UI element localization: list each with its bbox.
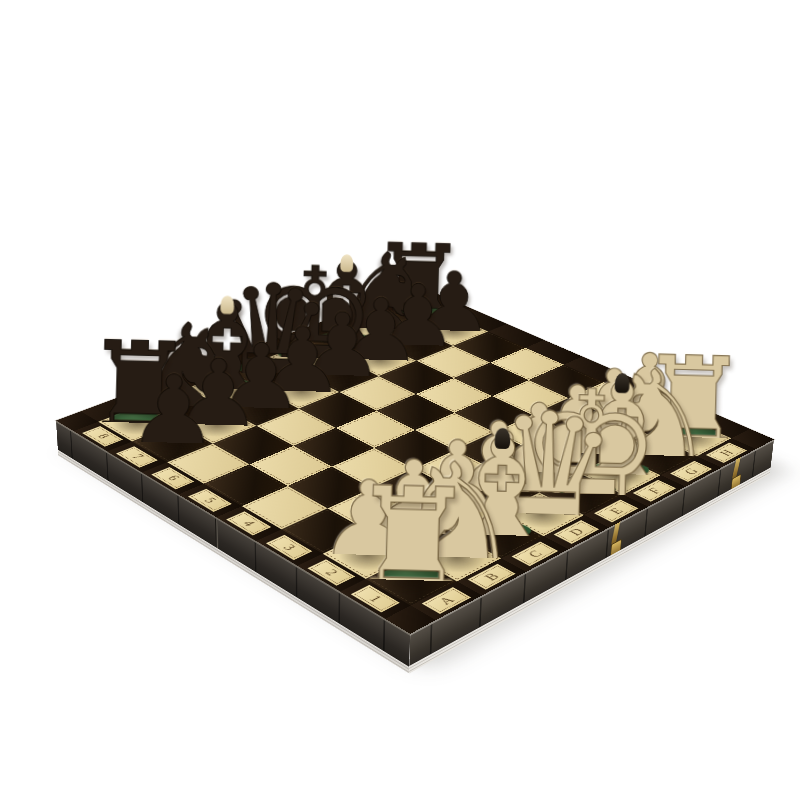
rank-label-text: 2 [321,567,342,578]
rank-label-text: 3 [279,542,299,552]
file-label-text: C [524,548,546,560]
file-label-text: A [435,594,458,607]
product-photo-scene: 8♜♞♝♛♚♝♞♜7♟♟♟♟♟♟♟♟65432♟♟♟♟♟♟♟♟1♜♞♝♛♚♝♞♜… [0,0,800,800]
rank-label-text: 5 [200,496,220,505]
rank-label-text: 8 [93,432,112,440]
file-label-text: G [681,466,702,476]
file-label-text: H [716,448,737,458]
file-label-text: B [481,571,503,583]
chess-box: 8♜♞♝♛♚♝♞♜7♟♟♟♟♟♟♟♟65432♟♟♟♟♟♟♟♟1♜♞♝♛♚♝♞♜… [56,286,774,634]
file-label-text: F [645,486,665,496]
file-label-text: D [565,526,587,538]
file-label-text: E [606,506,627,516]
rank-label-text: 7 [127,452,146,461]
square-d5 [336,411,415,448]
rank-label-text: 1 [365,593,386,604]
rank-label-text: 6 [163,474,182,483]
chess-board: 8♜♞♝♛♚♝♞♜7♟♟♟♟♟♟♟♟65432♟♟♟♟♟♟♟♟1♜♞♝♛♚♝♞♜… [56,286,774,634]
rank-label-text: 4 [239,518,259,528]
